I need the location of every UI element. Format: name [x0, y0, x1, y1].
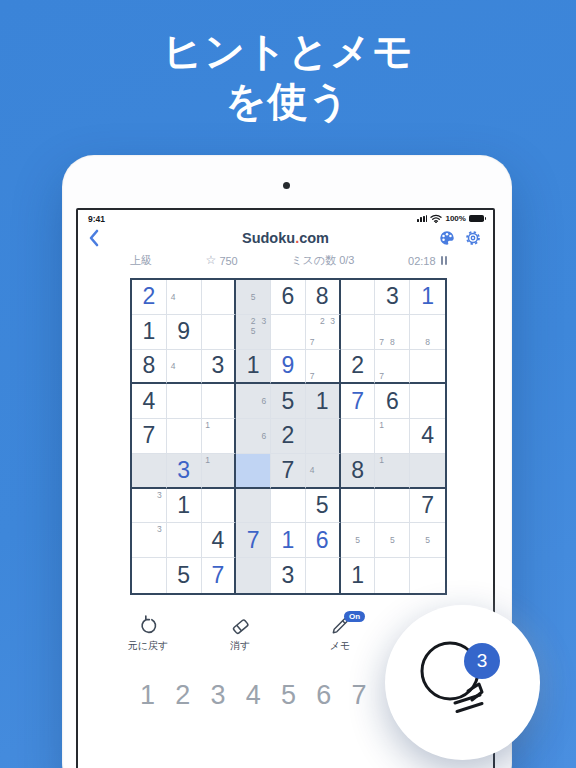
- cell-notes: 6: [237, 420, 269, 452]
- app-title: Sudoku.com: [78, 230, 493, 246]
- eraser-icon: [229, 614, 252, 637]
- cell-r7c6[interactable]: 5: [306, 489, 341, 524]
- cell-r1c3[interactable]: [202, 280, 237, 315]
- cell-value: 7: [282, 459, 295, 482]
- cell-value: 1: [247, 354, 260, 377]
- cell-value: 4: [142, 390, 155, 413]
- cell-value: 3: [282, 564, 295, 587]
- cell-notes: 5: [237, 281, 269, 313]
- cell-r9c1[interactable]: [132, 558, 167, 593]
- cell-r9c2[interactable]: 5: [167, 558, 202, 593]
- cell-value: 4: [212, 529, 225, 552]
- battery-percent: 100%: [445, 214, 465, 223]
- cell-r3c4[interactable]: 1: [236, 350, 271, 385]
- cell-r9c4[interactable]: [236, 558, 271, 593]
- memo-on-badge: On: [344, 611, 365, 622]
- cell-r5c8[interactable]: 1: [375, 419, 410, 454]
- numpad-3[interactable]: 3: [200, 680, 235, 711]
- cell-r7c9[interactable]: 7: [410, 489, 445, 524]
- cell-value: 5: [177, 564, 190, 587]
- cell-notes: 3: [133, 490, 165, 522]
- cell-value: 7: [247, 529, 260, 552]
- cell-value: 1: [142, 320, 155, 343]
- cell-r4c4[interactable]: 6: [236, 384, 271, 419]
- cell-r5c7[interactable]: [341, 419, 376, 454]
- cell-r5c5[interactable]: 2: [271, 419, 306, 454]
- cell-r6c3[interactable]: 1: [202, 454, 237, 489]
- mistakes-counter: ミスの数 0/3: [291, 253, 354, 268]
- cell-notes: 1: [376, 455, 408, 486]
- cell-r6c5[interactable]: 7: [271, 454, 306, 489]
- erase-label: 消す: [208, 639, 272, 653]
- cell-r6c9[interactable]: [410, 454, 445, 489]
- wifi-icon: [430, 214, 442, 223]
- memo-label: メモ: [308, 639, 372, 653]
- theme-palette-icon[interactable]: [438, 229, 456, 247]
- cell-notes: 7: [307, 351, 338, 382]
- cell-r7c8[interactable]: [375, 489, 410, 524]
- cell-value: 7: [212, 564, 225, 587]
- cell-r2c9[interactable]: 8: [410, 315, 445, 350]
- cell-r3c3[interactable]: 3: [202, 350, 237, 385]
- cell-r1c1[interactable]: 2: [132, 280, 167, 315]
- numpad-1[interactable]: 1: [130, 680, 165, 711]
- cell-r1c5[interactable]: 6: [271, 280, 306, 315]
- cell-value: 7: [142, 424, 155, 447]
- cell-r4c3[interactable]: [202, 384, 237, 419]
- hint-button[interactable]: 3: [385, 605, 540, 760]
- cell-value: 1: [351, 564, 364, 587]
- cell-notes: 4: [168, 351, 200, 382]
- cell-r6c1[interactable]: [132, 454, 167, 489]
- cell-r8c6[interactable]: 6: [306, 523, 341, 558]
- cell-r6c8[interactable]: 1: [375, 454, 410, 489]
- cell-r3c8[interactable]: 7: [375, 350, 410, 385]
- cell-r4c7[interactable]: 7: [341, 384, 376, 419]
- cell-r7c1[interactable]: 3: [132, 489, 167, 524]
- cell-r8c3[interactable]: 4: [202, 523, 237, 558]
- headline: ヒントとメモ を使う: [0, 26, 576, 126]
- cell-r7c3[interactable]: [202, 489, 237, 524]
- cell-value: 4: [421, 424, 434, 447]
- cell-r9c6[interactable]: [306, 558, 341, 593]
- cell-r5c9[interactable]: 4: [410, 419, 445, 454]
- cell-value: 7: [351, 390, 364, 413]
- score: ☆ 750: [206, 255, 238, 267]
- cell-r7c4[interactable]: [236, 489, 271, 524]
- cell-r3c1[interactable]: 8: [132, 350, 167, 385]
- cell-value: 8: [142, 354, 155, 377]
- cell-r4c5[interactable]: 5: [271, 384, 306, 419]
- cell-notes: 5: [411, 524, 444, 556]
- cell-r5c6[interactable]: [306, 419, 341, 454]
- numpad-2[interactable]: 2: [165, 680, 200, 711]
- timer-value: 02:18: [408, 255, 436, 267]
- cell-value: 3: [386, 285, 399, 308]
- cell-r8c5[interactable]: 1: [271, 523, 306, 558]
- cell-r7c2[interactable]: 1: [167, 489, 202, 524]
- cell-notes: 5: [376, 524, 408, 556]
- cell-r2c3[interactable]: [202, 315, 237, 350]
- cell-value: 8: [351, 459, 364, 482]
- cell-value: 1: [282, 529, 295, 552]
- cell-value: 6: [386, 390, 399, 413]
- cell-notes: 237: [307, 316, 338, 348]
- cell-r1c9[interactable]: 1: [410, 280, 445, 315]
- numpad-4[interactable]: 4: [236, 680, 271, 711]
- erase-button[interactable]: 消す: [208, 614, 272, 660]
- cell-r2c4[interactable]: 235: [236, 315, 271, 350]
- cell-notes: 7: [376, 351, 408, 382]
- cell-r8c9[interactable]: 5: [410, 523, 445, 558]
- pause-icon[interactable]: [441, 256, 447, 265]
- cell-r6c6[interactable]: 4: [306, 454, 341, 489]
- cell-r5c1[interactable]: 7: [132, 419, 167, 454]
- headline-line1: ヒントとメモ: [0, 26, 576, 76]
- cell-r7c5[interactable]: [271, 489, 306, 524]
- cell-value: 7: [421, 494, 434, 517]
- cell-r3c2[interactable]: 4: [167, 350, 202, 385]
- cell-value: 2: [142, 285, 155, 308]
- headline-line2: を使う: [0, 76, 576, 126]
- cell-r4c8[interactable]: 6: [375, 384, 410, 419]
- cell-r4c1[interactable]: 4: [132, 384, 167, 419]
- cell-r2c6[interactable]: 237: [306, 315, 341, 350]
- cell-r6c2[interactable]: 3: [167, 454, 202, 489]
- lightbulb-icon: [385, 605, 540, 760]
- signal-icon: [417, 214, 428, 222]
- cell-notes: 4: [168, 281, 200, 313]
- camera-dot-icon: [283, 182, 290, 189]
- cell-value: 3: [177, 459, 190, 482]
- status-time: 9:41: [88, 214, 105, 224]
- cell-value: 2: [282, 424, 295, 447]
- timer: 02:18: [408, 255, 447, 267]
- cell-r6c4[interactable]: [236, 454, 271, 489]
- star-icon: ☆: [206, 255, 217, 266]
- settings-gear-icon[interactable]: [464, 229, 482, 247]
- cell-value: 1: [177, 494, 190, 517]
- undo-button[interactable]: 元に戻す: [116, 614, 180, 660]
- cell-r5c2[interactable]: [167, 419, 202, 454]
- cell-r7c7[interactable]: [341, 489, 376, 524]
- cell-r1c7[interactable]: [341, 280, 376, 315]
- app-header: Sudoku.com: [78, 226, 493, 252]
- cell-notes: 1: [203, 455, 234, 486]
- cell-r8c8[interactable]: 5: [375, 523, 410, 558]
- cell-r2c2[interactable]: 9: [167, 315, 202, 350]
- cell-r6c7[interactable]: 8: [341, 454, 376, 489]
- cell-value: 5: [316, 494, 329, 517]
- cell-value: 1: [316, 390, 329, 413]
- cell-notes: 8: [411, 316, 444, 348]
- cell-r4c9[interactable]: [410, 384, 445, 419]
- app-store-screenshot: { "title": { "line1": "ヒントとメモ", "line2":…: [0, 0, 576, 768]
- cell-notes: 6: [237, 385, 269, 417]
- cell-r1c2[interactable]: 4: [167, 280, 202, 315]
- cell-r1c8[interactable]: 3: [375, 280, 410, 315]
- cell-value: 6: [316, 529, 329, 552]
- info-bar: 上級 ☆ 750 ミスの数 0/3 02:18: [130, 253, 447, 268]
- cell-r5c3[interactable]: 1: [202, 419, 237, 454]
- cell-value: 9: [177, 320, 190, 343]
- cell-notes: 1: [376, 420, 408, 452]
- cell-notes: 5: [342, 524, 374, 556]
- status-bar: 9:41 100%: [78, 210, 493, 226]
- cell-notes: 3: [133, 524, 165, 556]
- cell-r2c1[interactable]: 1: [132, 315, 167, 350]
- cell-r1c6[interactable]: 8: [306, 280, 341, 315]
- cell-r3c6[interactable]: 7: [306, 350, 341, 385]
- cell-r9c3[interactable]: 7: [202, 558, 237, 593]
- numpad-6[interactable]: 6: [306, 680, 341, 711]
- undo-label: 元に戻す: [116, 639, 180, 653]
- cell-notes: 78: [376, 316, 408, 348]
- difficulty-label[interactable]: 上級: [130, 253, 152, 268]
- numpad-5[interactable]: 5: [271, 680, 306, 711]
- cell-value: 6: [282, 285, 295, 308]
- cell-notes: 1: [203, 420, 234, 452]
- cell-r1c4[interactable]: 5: [236, 280, 271, 315]
- cell-r9c8[interactable]: [375, 558, 410, 593]
- cell-r9c5[interactable]: 3: [271, 558, 306, 593]
- cell-r2c8[interactable]: 78: [375, 315, 410, 350]
- battery-icon: [469, 215, 486, 222]
- cell-r8c7[interactable]: 5: [341, 523, 376, 558]
- cell-notes: 4: [307, 455, 338, 486]
- cell-r5c4[interactable]: 6: [236, 419, 271, 454]
- numpad-7[interactable]: 7: [341, 680, 376, 711]
- cell-value: 9: [282, 354, 295, 377]
- score-value: 750: [219, 255, 237, 267]
- cell-r3c7[interactable]: 2: [341, 350, 376, 385]
- hint-count-badge: 3: [464, 643, 500, 679]
- cell-r3c9[interactable]: [410, 350, 445, 385]
- cell-r9c9[interactable]: [410, 558, 445, 593]
- cell-r8c2[interactable]: [167, 523, 202, 558]
- cell-r8c4[interactable]: 7: [236, 523, 271, 558]
- cell-value: 2: [351, 354, 364, 377]
- cell-value: 3: [212, 354, 225, 377]
- sudoku-board: 2456831192352377888431972746517671621431…: [130, 278, 447, 595]
- cell-value: 5: [282, 390, 295, 413]
- memo-button[interactable]: On メモ: [308, 614, 372, 660]
- cell-r3c5[interactable]: 9: [271, 350, 306, 385]
- cell-r2c5[interactable]: [271, 315, 306, 350]
- cell-r4c2[interactable]: [167, 384, 202, 419]
- undo-icon: [137, 614, 160, 637]
- cell-r4c6[interactable]: 1: [306, 384, 341, 419]
- cell-r9c7[interactable]: 1: [341, 558, 376, 593]
- cell-value: 8: [316, 285, 329, 308]
- cell-r8c1[interactable]: 3: [132, 523, 167, 558]
- cell-r2c7[interactable]: [341, 315, 376, 350]
- cell-notes: 235: [237, 316, 269, 348]
- cell-value: 1: [421, 285, 434, 308]
